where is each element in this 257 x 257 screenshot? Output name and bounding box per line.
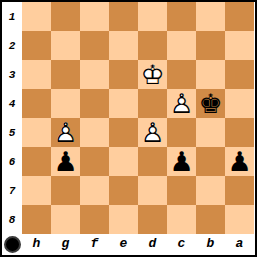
square-h4[interactable]	[22, 89, 51, 118]
rank-label-5: 5	[2, 118, 22, 147]
file-label-a: a	[225, 234, 254, 255]
square-f5[interactable]	[80, 118, 109, 147]
square-e7[interactable]	[109, 176, 138, 205]
square-f3[interactable]	[80, 60, 109, 89]
file-label-d: d	[138, 234, 167, 255]
square-c6[interactable]: ♟	[167, 147, 196, 176]
square-a3[interactable]	[225, 60, 254, 89]
rank-label-7: 7	[2, 176, 22, 205]
square-g4[interactable]	[51, 89, 80, 118]
square-b7[interactable]	[196, 176, 225, 205]
file-label-e: e	[109, 234, 138, 255]
square-c7[interactable]	[167, 176, 196, 205]
square-d6[interactable]	[138, 147, 167, 176]
square-b2[interactable]	[196, 31, 225, 60]
square-e1[interactable]	[109, 2, 138, 31]
square-c3[interactable]	[167, 60, 196, 89]
square-b8[interactable]	[196, 205, 225, 234]
square-g5[interactable]: ♟♙	[51, 118, 80, 147]
piece-black-king[interactable]: ♚	[196, 89, 225, 118]
square-h8[interactable]	[22, 205, 51, 234]
square-g2[interactable]	[51, 31, 80, 60]
square-e3[interactable]	[109, 60, 138, 89]
square-e4[interactable]	[109, 89, 138, 118]
square-c4[interactable]: ♟♙	[167, 89, 196, 118]
rank-label-8: 8	[2, 205, 22, 234]
file-label-b: b	[196, 234, 225, 255]
square-c2[interactable]	[167, 31, 196, 60]
square-h3[interactable]	[22, 60, 51, 89]
square-e6[interactable]	[109, 147, 138, 176]
square-b4[interactable]: ♚	[196, 89, 225, 118]
square-d5[interactable]: ♟♙	[138, 118, 167, 147]
file-label-c: c	[167, 234, 196, 255]
square-a8[interactable]	[225, 205, 254, 234]
rank-label-4: 4	[2, 89, 22, 118]
square-a7[interactable]	[225, 176, 254, 205]
square-d2[interactable]	[138, 31, 167, 60]
square-d7[interactable]	[138, 176, 167, 205]
square-g3[interactable]	[51, 60, 80, 89]
square-a2[interactable]	[225, 31, 254, 60]
square-d3[interactable]: ♚♔	[138, 60, 167, 89]
piece-white-pawn[interactable]: ♟♙	[51, 118, 80, 147]
rank-label-6: 6	[2, 147, 22, 176]
piece-white-king[interactable]: ♚♔	[138, 60, 167, 89]
square-e5[interactable]	[109, 118, 138, 147]
chess-board: ♚♔♟♙♚♟♙♟♙♟♟♟	[22, 2, 254, 234]
square-f6[interactable]	[80, 147, 109, 176]
file-label-h: h	[22, 234, 51, 255]
square-d4[interactable]	[138, 89, 167, 118]
rank-label-3: 3	[2, 60, 22, 89]
square-g6[interactable]: ♟	[51, 147, 80, 176]
square-g7[interactable]	[51, 176, 80, 205]
rank-label-2: 2	[2, 31, 22, 60]
piece-black-pawn[interactable]: ♟	[167, 147, 196, 176]
rank-labels: 12345678	[2, 2, 22, 234]
square-e2[interactable]	[109, 31, 138, 60]
square-d8[interactable]	[138, 205, 167, 234]
rank-label-1: 1	[2, 2, 22, 31]
square-b6[interactable]	[196, 147, 225, 176]
square-h1[interactable]	[22, 2, 51, 31]
square-b3[interactable]	[196, 60, 225, 89]
piece-black-pawn[interactable]: ♟	[51, 147, 80, 176]
piece-white-pawn[interactable]: ♟♙	[167, 89, 196, 118]
square-g1[interactable]	[51, 2, 80, 31]
square-h5[interactable]	[22, 118, 51, 147]
square-h2[interactable]	[22, 31, 51, 60]
square-c5[interactable]	[167, 118, 196, 147]
square-b5[interactable]	[196, 118, 225, 147]
square-c8[interactable]	[167, 205, 196, 234]
file-label-f: f	[80, 234, 109, 255]
square-e8[interactable]	[109, 205, 138, 234]
square-g8[interactable]	[51, 205, 80, 234]
bottom-strip: hgfedcba	[2, 234, 255, 255]
square-b1[interactable]	[196, 2, 225, 31]
square-c1[interactable]	[167, 2, 196, 31]
square-a6[interactable]: ♟	[225, 147, 254, 176]
file-label-g: g	[51, 234, 80, 255]
square-a4[interactable]	[225, 89, 254, 118]
square-f4[interactable]	[80, 89, 109, 118]
piece-black-pawn[interactable]: ♟	[225, 147, 254, 176]
square-d1[interactable]	[138, 2, 167, 31]
piece-white-pawn[interactable]: ♟♙	[138, 118, 167, 147]
square-f1[interactable]	[80, 2, 109, 31]
file-labels: hgfedcba	[22, 234, 255, 255]
square-f7[interactable]	[80, 176, 109, 205]
square-f8[interactable]	[80, 205, 109, 234]
square-f2[interactable]	[80, 31, 109, 60]
square-a1[interactable]	[225, 2, 254, 31]
square-h7[interactable]	[22, 176, 51, 205]
black-to-move-indicator	[4, 236, 21, 253]
square-h6[interactable]	[22, 147, 51, 176]
square-a5[interactable]	[225, 118, 254, 147]
chess-diagram: 12345678 ♚♔♟♙♚♟♙♟♙♟♟♟ hgfedcba	[0, 0, 257, 257]
